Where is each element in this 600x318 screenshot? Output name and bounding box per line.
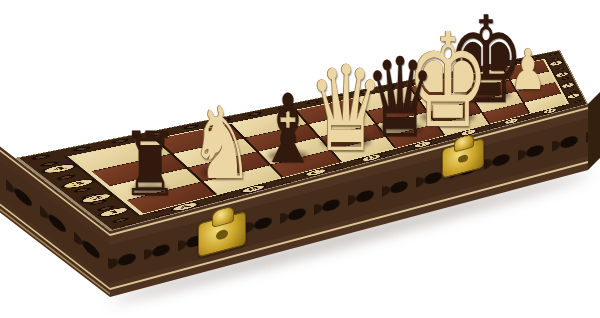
box-right-face	[588, 92, 600, 170]
piece-black-rook-a2[interactable]: ♜	[111, 121, 190, 209]
piece-white-knight-b2[interactable]: ♞	[177, 94, 267, 194]
brass-latch-icon	[198, 211, 246, 258]
rank-label-3-left: 3	[58, 177, 98, 190]
white-knight-glyph: ♞	[190, 94, 255, 194]
rank-label-1-right: 1	[566, 92, 582, 99]
rank-label-2-right: 2	[560, 82, 576, 89]
black-rook-glyph: ♜	[122, 121, 179, 209]
chess-set-photo: A B C D E F G H 1 2 3 4 1 2 3 4 ♟ ♚ ♚ ♛ …	[0, 0, 600, 318]
rank-label-3-right: 3	[554, 71, 570, 78]
rank-label-4-left: 4	[38, 162, 80, 175]
